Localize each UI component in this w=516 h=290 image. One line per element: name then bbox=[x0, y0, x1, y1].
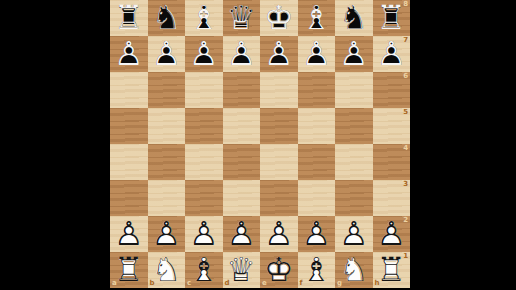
piece-white-rook[interactable]: ♜♖ bbox=[373, 252, 411, 288]
square-g8[interactable]: ♞♘ bbox=[335, 0, 373, 36]
black-queen-glyph-outline: ♕ bbox=[226, 0, 256, 36]
square-c2[interactable]: ♟♙ bbox=[185, 216, 223, 252]
piece-black-bishop[interactable]: ♝♗ bbox=[298, 0, 336, 36]
white-queen-glyph-outline: ♕ bbox=[226, 252, 256, 288]
square-b8[interactable]: ♞♘ bbox=[148, 0, 186, 36]
square-e8[interactable]: ♚♔ bbox=[260, 0, 298, 36]
white-pawn-glyph-outline: ♙ bbox=[339, 216, 369, 252]
piece-white-pawn[interactable]: ♟♙ bbox=[373, 216, 411, 252]
square-d4[interactable] bbox=[223, 144, 261, 180]
square-a4[interactable] bbox=[110, 144, 148, 180]
piece-white-bishop[interactable]: ♝♗ bbox=[185, 252, 223, 288]
square-c1[interactable]: c♝♗ bbox=[185, 252, 223, 288]
black-pawn-glyph-outline: ♙ bbox=[189, 36, 219, 72]
square-g1[interactable]: g♞♘ bbox=[335, 252, 373, 288]
black-knight-glyph-outline: ♘ bbox=[151, 0, 181, 36]
square-d7[interactable]: ♟♙ bbox=[223, 36, 261, 72]
square-e7[interactable]: ♟♙ bbox=[260, 36, 298, 72]
piece-white-knight[interactable]: ♞♘ bbox=[335, 252, 373, 288]
square-b2[interactable]: ♟♙ bbox=[148, 216, 186, 252]
square-g6[interactable] bbox=[335, 72, 373, 108]
white-pawn-glyph-outline: ♙ bbox=[301, 216, 331, 252]
white-king-glyph-outline: ♔ bbox=[264, 252, 294, 288]
white-pawn-glyph-outline: ♙ bbox=[376, 216, 406, 252]
square-d5[interactable] bbox=[223, 108, 261, 144]
piece-black-rook[interactable]: ♜♖ bbox=[110, 0, 148, 36]
piece-white-rook[interactable]: ♜♖ bbox=[110, 252, 148, 288]
white-bishop-glyph-outline: ♗ bbox=[189, 252, 219, 288]
white-rook-glyph-outline: ♖ bbox=[376, 252, 406, 288]
square-h5[interactable]: 5 bbox=[373, 108, 411, 144]
piece-black-bishop[interactable]: ♝♗ bbox=[185, 0, 223, 36]
white-pawn-glyph-outline: ♙ bbox=[114, 216, 144, 252]
piece-black-king[interactable]: ♚♔ bbox=[260, 0, 298, 36]
square-h7[interactable]: 7♟♙ bbox=[373, 36, 411, 72]
square-d6[interactable] bbox=[223, 72, 261, 108]
white-pawn-glyph-outline: ♙ bbox=[189, 216, 219, 252]
piece-white-pawn[interactable]: ♟♙ bbox=[185, 216, 223, 252]
piece-black-pawn[interactable]: ♟♙ bbox=[335, 36, 373, 72]
square-f7[interactable]: ♟♙ bbox=[298, 36, 336, 72]
square-e3[interactable] bbox=[260, 180, 298, 216]
square-e6[interactable] bbox=[260, 72, 298, 108]
black-pawn-glyph-outline: ♙ bbox=[226, 36, 256, 72]
piece-white-pawn[interactable]: ♟♙ bbox=[298, 216, 336, 252]
piece-white-pawn[interactable]: ♟♙ bbox=[260, 216, 298, 252]
app-background: ♜♖♞♘♝♗♛♕♚♔♝♗♞♘8♜♖♟♙♟♙♟♙♟♙♟♙♟♙♟♙7♟♙6543♟♙… bbox=[0, 0, 516, 290]
square-c6[interactable] bbox=[185, 72, 223, 108]
black-pawn-glyph-outline: ♙ bbox=[114, 36, 144, 72]
piece-black-knight[interactable]: ♞♘ bbox=[148, 0, 186, 36]
piece-black-pawn[interactable]: ♟♙ bbox=[373, 36, 411, 72]
square-b3[interactable] bbox=[148, 180, 186, 216]
rank-label-4: 4 bbox=[403, 145, 408, 152]
black-rook-glyph-outline: ♖ bbox=[376, 0, 406, 36]
square-f5[interactable] bbox=[298, 108, 336, 144]
piece-black-pawn[interactable]: ♟♙ bbox=[110, 36, 148, 72]
black-pawn-glyph-outline: ♙ bbox=[151, 36, 181, 72]
square-f3[interactable] bbox=[298, 180, 336, 216]
piece-black-pawn[interactable]: ♟♙ bbox=[185, 36, 223, 72]
piece-black-knight[interactable]: ♞♘ bbox=[335, 0, 373, 36]
square-a6[interactable] bbox=[110, 72, 148, 108]
black-pawn-glyph-outline: ♙ bbox=[264, 36, 294, 72]
square-c4[interactable] bbox=[185, 144, 223, 180]
piece-white-pawn[interactable]: ♟♙ bbox=[148, 216, 186, 252]
square-c7[interactable]: ♟♙ bbox=[185, 36, 223, 72]
black-knight-glyph-outline: ♘ bbox=[339, 0, 369, 36]
white-pawn-glyph-outline: ♙ bbox=[151, 216, 181, 252]
square-h1[interactable]: 1h♜♖ bbox=[373, 252, 411, 288]
white-knight-glyph-outline: ♘ bbox=[151, 252, 181, 288]
square-c5[interactable] bbox=[185, 108, 223, 144]
square-b4[interactable] bbox=[148, 144, 186, 180]
square-e1[interactable]: e♚♔ bbox=[260, 252, 298, 288]
piece-black-pawn[interactable]: ♟♙ bbox=[148, 36, 186, 72]
square-b1[interactable]: b♞♘ bbox=[148, 252, 186, 288]
white-knight-glyph-outline: ♘ bbox=[339, 252, 369, 288]
square-g2[interactable]: ♟♙ bbox=[335, 216, 373, 252]
piece-white-pawn[interactable]: ♟♙ bbox=[335, 216, 373, 252]
square-h4[interactable]: 4 bbox=[373, 144, 411, 180]
square-h6[interactable]: 6 bbox=[373, 72, 411, 108]
black-pawn-glyph-outline: ♙ bbox=[301, 36, 331, 72]
square-f8[interactable]: ♝♗ bbox=[298, 0, 336, 36]
square-d3[interactable] bbox=[223, 180, 261, 216]
square-d8[interactable]: ♛♕ bbox=[223, 0, 261, 36]
square-b6[interactable] bbox=[148, 72, 186, 108]
white-bishop-glyph-outline: ♗ bbox=[301, 252, 331, 288]
chess-board: ♜♖♞♘♝♗♛♕♚♔♝♗♞♘8♜♖♟♙♟♙♟♙♟♙♟♙♟♙♟♙7♟♙6543♟♙… bbox=[110, 0, 410, 288]
piece-black-pawn[interactable]: ♟♙ bbox=[260, 36, 298, 72]
square-a7[interactable]: ♟♙ bbox=[110, 36, 148, 72]
square-f1[interactable]: f♝♗ bbox=[298, 252, 336, 288]
square-b7[interactable]: ♟♙ bbox=[148, 36, 186, 72]
square-a2[interactable]: ♟♙ bbox=[110, 216, 148, 252]
black-pawn-glyph-outline: ♙ bbox=[339, 36, 369, 72]
black-rook-glyph-outline: ♖ bbox=[114, 0, 144, 36]
black-bishop-glyph-outline: ♗ bbox=[189, 0, 219, 36]
square-c8[interactable]: ♝♗ bbox=[185, 0, 223, 36]
piece-white-bishop[interactable]: ♝♗ bbox=[298, 252, 336, 288]
square-f4[interactable] bbox=[298, 144, 336, 180]
square-d2[interactable]: ♟♙ bbox=[223, 216, 261, 252]
square-g7[interactable]: ♟♙ bbox=[335, 36, 373, 72]
square-d1[interactable]: d♛♕ bbox=[223, 252, 261, 288]
square-f2[interactable]: ♟♙ bbox=[298, 216, 336, 252]
piece-black-pawn[interactable]: ♟♙ bbox=[298, 36, 336, 72]
white-pawn-glyph-outline: ♙ bbox=[226, 216, 256, 252]
square-a5[interactable] bbox=[110, 108, 148, 144]
square-b5[interactable] bbox=[148, 108, 186, 144]
black-pawn-glyph-outline: ♙ bbox=[376, 36, 406, 72]
rank-label-6: 6 bbox=[403, 73, 408, 80]
piece-black-queen[interactable]: ♛♕ bbox=[223, 0, 261, 36]
square-g4[interactable] bbox=[335, 144, 373, 180]
white-rook-glyph-outline: ♖ bbox=[114, 252, 144, 288]
square-h8[interactable]: 8♜♖ bbox=[373, 0, 411, 36]
black-bishop-glyph-outline: ♗ bbox=[301, 0, 331, 36]
black-king-glyph-outline: ♔ bbox=[264, 0, 294, 36]
square-g3[interactable] bbox=[335, 180, 373, 216]
piece-black-rook[interactable]: ♜♖ bbox=[373, 0, 411, 36]
piece-white-knight[interactable]: ♞♘ bbox=[148, 252, 186, 288]
square-e5[interactable] bbox=[260, 108, 298, 144]
white-pawn-glyph-outline: ♙ bbox=[264, 216, 294, 252]
square-h3[interactable]: 3 bbox=[373, 180, 411, 216]
piece-black-pawn[interactable]: ♟♙ bbox=[223, 36, 261, 72]
rank-label-3: 3 bbox=[403, 181, 408, 188]
square-e2[interactable]: ♟♙ bbox=[260, 216, 298, 252]
square-f6[interactable] bbox=[298, 72, 336, 108]
rank-label-5: 5 bbox=[403, 109, 408, 116]
piece-white-king[interactable]: ♚♔ bbox=[260, 252, 298, 288]
square-a8[interactable]: ♜♖ bbox=[110, 0, 148, 36]
square-c3[interactable] bbox=[185, 180, 223, 216]
square-e4[interactable] bbox=[260, 144, 298, 180]
square-h2[interactable]: 2♟♙ bbox=[373, 216, 411, 252]
square-a1[interactable]: a♜♖ bbox=[110, 252, 148, 288]
piece-white-pawn[interactable]: ♟♙ bbox=[223, 216, 261, 252]
square-a3[interactable] bbox=[110, 180, 148, 216]
piece-white-pawn[interactable]: ♟♙ bbox=[110, 216, 148, 252]
square-g5[interactable] bbox=[335, 108, 373, 144]
piece-white-queen[interactable]: ♛♕ bbox=[223, 252, 261, 288]
